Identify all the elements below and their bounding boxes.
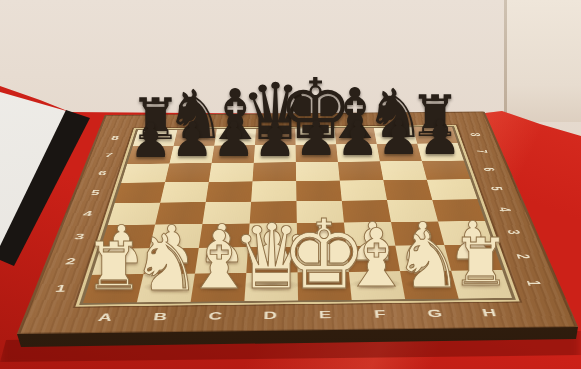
piece-black-pawn-f7[interactable]: ♟ — [336, 113, 379, 161]
piece-black-pawn-c7[interactable]: ♟ — [212, 115, 255, 163]
piece-white-rook-h1[interactable]: ♜ — [451, 230, 510, 296]
piece-black-pawn-g7[interactable]: ♟ — [377, 113, 420, 161]
backdrop-right-panel — [507, 0, 581, 122]
rank-label-left-5: 5 — [69, 183, 121, 204]
piece-black-pawn-a7[interactable]: ♟ — [129, 115, 172, 163]
rank-label-right-5: 5 — [470, 179, 522, 200]
rank-label-right-6: 6 — [464, 160, 514, 179]
square-f5[interactable] — [340, 180, 387, 201]
square-a5[interactable] — [115, 182, 165, 203]
square-h5[interactable] — [427, 179, 478, 200]
file-label-A: A — [73, 302, 137, 334]
wall-corner-line — [504, 0, 507, 118]
rank-label-left-7: 7 — [85, 146, 133, 164]
piece-black-pawn-e7[interactable]: ♟ — [295, 114, 338, 162]
rank-label-right-7: 7 — [458, 143, 506, 161]
piece-black-pawn-b7[interactable]: ♟ — [171, 115, 214, 163]
square-c5[interactable] — [206, 181, 253, 202]
square-g5[interactable] — [383, 180, 432, 201]
square-b5[interactable] — [160, 182, 209, 203]
piece-black-pawn-h7[interactable]: ♟ — [419, 113, 462, 161]
square-e5[interactable] — [296, 181, 342, 202]
rank-label-left-1: 1 — [29, 275, 92, 304]
scene: ABCDEFGH1234567812345678 ♜♞♝♛♚♝♞♜♟♟♟♟♟♟♟… — [0, 0, 581, 369]
piece-black-pawn-d7[interactable]: ♟ — [254, 114, 297, 162]
file-label-H: H — [459, 298, 523, 329]
rank-label-left-6: 6 — [77, 164, 127, 183]
